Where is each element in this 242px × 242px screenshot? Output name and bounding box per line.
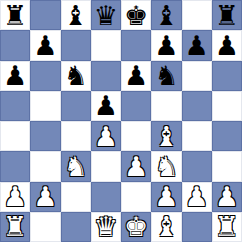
square-b3[interactable] — [30, 151, 60, 181]
square-e5[interactable] — [121, 91, 151, 121]
white-knight[interactable]: ♞ — [64, 153, 88, 180]
square-f3[interactable]: ♞ — [151, 151, 181, 181]
square-f8[interactable]: ♝ — [151, 0, 181, 30]
square-h3[interactable] — [212, 151, 242, 181]
square-a7[interactable] — [0, 30, 30, 60]
square-d1[interactable]: ♛ — [91, 212, 121, 242]
square-b8[interactable] — [30, 0, 60, 30]
square-a4[interactable] — [0, 121, 30, 151]
square-f1[interactable]: ♝ — [151, 212, 181, 242]
white-queen[interactable]: ♛ — [94, 213, 118, 240]
square-d6[interactable] — [91, 61, 121, 91]
square-a3[interactable] — [0, 151, 30, 181]
square-a1[interactable]: ♜ — [0, 212, 30, 242]
square-c1[interactable] — [61, 212, 91, 242]
square-g7[interactable]: ♟ — [182, 30, 212, 60]
square-a2[interactable]: ♟ — [0, 182, 30, 212]
white-pawn[interactable]: ♟ — [154, 183, 178, 210]
square-e2[interactable] — [121, 182, 151, 212]
square-d4[interactable]: ♟ — [91, 121, 121, 151]
square-e1[interactable]: ♚ — [121, 212, 151, 242]
white-pawn[interactable]: ♟ — [124, 153, 148, 180]
square-g8[interactable] — [182, 0, 212, 30]
square-h7[interactable]: ♟ — [212, 30, 242, 60]
square-f6[interactable]: ♞ — [151, 61, 181, 91]
square-h5[interactable] — [212, 91, 242, 121]
square-e4[interactable] — [121, 121, 151, 151]
square-h6[interactable] — [212, 61, 242, 91]
square-b4[interactable] — [30, 121, 60, 151]
white-pawn[interactable]: ♟ — [215, 183, 239, 210]
square-g6[interactable] — [182, 61, 212, 91]
square-f4[interactable]: ♝ — [151, 121, 181, 151]
black-pawn[interactable]: ♟ — [215, 32, 239, 59]
square-b6[interactable] — [30, 61, 60, 91]
square-d8[interactable]: ♛ — [91, 0, 121, 30]
square-a5[interactable] — [0, 91, 30, 121]
black-king[interactable]: ♚ — [124, 2, 148, 29]
black-rook[interactable]: ♜ — [215, 2, 239, 29]
white-bishop[interactable]: ♝ — [154, 123, 178, 150]
square-d5[interactable]: ♟ — [91, 91, 121, 121]
black-queen[interactable]: ♛ — [94, 2, 118, 29]
black-pawn[interactable]: ♟ — [94, 92, 118, 119]
square-c8[interactable]: ♝ — [61, 0, 91, 30]
square-e6[interactable]: ♟ — [121, 61, 151, 91]
black-knight[interactable]: ♞ — [154, 62, 178, 89]
square-h8[interactable]: ♜ — [212, 0, 242, 30]
square-c7[interactable] — [61, 30, 91, 60]
square-a8[interactable]: ♜ — [0, 0, 30, 30]
square-c4[interactable] — [61, 121, 91, 151]
white-bishop[interactable]: ♝ — [154, 213, 178, 240]
white-knight[interactable]: ♞ — [154, 153, 178, 180]
square-f5[interactable] — [151, 91, 181, 121]
white-rook[interactable]: ♜ — [215, 213, 239, 240]
square-h2[interactable]: ♟ — [212, 182, 242, 212]
square-f7[interactable]: ♟ — [151, 30, 181, 60]
square-c6[interactable]: ♞ — [61, 61, 91, 91]
white-pawn[interactable]: ♟ — [94, 123, 118, 150]
chess-board: ♜♝♛♚♝♜♟♟♟♟♟♞♟♞♟♟♝♞♟♞♟♟♟♟♟♜♛♚♝♜ — [0, 0, 242, 242]
square-c3[interactable]: ♞ — [61, 151, 91, 181]
black-pawn[interactable]: ♟ — [124, 62, 148, 89]
black-pawn[interactable]: ♟ — [154, 32, 178, 59]
square-b5[interactable] — [30, 91, 60, 121]
black-pawn[interactable]: ♟ — [3, 62, 27, 89]
square-g5[interactable] — [182, 91, 212, 121]
square-g3[interactable] — [182, 151, 212, 181]
black-bishop[interactable]: ♝ — [154, 2, 178, 29]
white-pawn[interactable]: ♟ — [185, 183, 209, 210]
square-b7[interactable]: ♟ — [30, 30, 60, 60]
square-e8[interactable]: ♚ — [121, 0, 151, 30]
black-rook[interactable]: ♜ — [3, 2, 27, 29]
square-c2[interactable] — [61, 182, 91, 212]
black-pawn[interactable]: ♟ — [185, 32, 209, 59]
square-d7[interactable] — [91, 30, 121, 60]
white-pawn[interactable]: ♟ — [33, 183, 57, 210]
square-g1[interactable] — [182, 212, 212, 242]
square-f2[interactable]: ♟ — [151, 182, 181, 212]
square-a6[interactable]: ♟ — [0, 61, 30, 91]
square-d3[interactable] — [91, 151, 121, 181]
white-pawn[interactable]: ♟ — [3, 183, 27, 210]
white-rook[interactable]: ♜ — [3, 213, 27, 240]
square-g4[interactable] — [182, 121, 212, 151]
square-b2[interactable]: ♟ — [30, 182, 60, 212]
square-g2[interactable]: ♟ — [182, 182, 212, 212]
square-b1[interactable] — [30, 212, 60, 242]
square-d2[interactable] — [91, 182, 121, 212]
white-king[interactable]: ♚ — [124, 213, 148, 240]
square-c5[interactable] — [61, 91, 91, 121]
square-e3[interactable]: ♟ — [121, 151, 151, 181]
black-pawn[interactable]: ♟ — [33, 32, 57, 59]
black-knight[interactable]: ♞ — [64, 62, 88, 89]
square-e7[interactable] — [121, 30, 151, 60]
black-bishop[interactable]: ♝ — [64, 2, 88, 29]
square-h4[interactable] — [212, 121, 242, 151]
square-h1[interactable]: ♜ — [212, 212, 242, 242]
